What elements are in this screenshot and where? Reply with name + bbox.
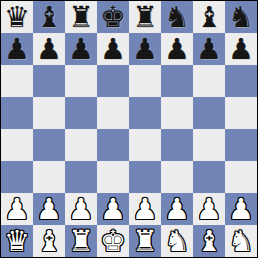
piece-white-queen: ♛ bbox=[4, 225, 30, 257]
square-d5[interactable] bbox=[97, 97, 129, 129]
square-g3[interactable] bbox=[193, 161, 225, 193]
square-g4[interactable] bbox=[193, 129, 225, 161]
square-a7[interactable]: ♟ bbox=[1, 33, 33, 65]
square-h6[interactable] bbox=[225, 65, 257, 97]
square-c6[interactable] bbox=[65, 65, 97, 97]
piece-black-knight: ♞ bbox=[164, 1, 190, 33]
square-c4[interactable] bbox=[65, 129, 97, 161]
piece-black-pawn: ♟ bbox=[36, 33, 62, 65]
square-f8[interactable]: ♞ bbox=[161, 1, 193, 33]
square-a8[interactable]: ♛ bbox=[1, 1, 33, 33]
piece-black-pawn: ♟ bbox=[164, 33, 190, 65]
square-d1[interactable]: ♚ bbox=[97, 225, 129, 257]
piece-black-pawn: ♟ bbox=[196, 33, 222, 65]
square-f7[interactable]: ♟ bbox=[161, 33, 193, 65]
square-h8[interactable]: ♞ bbox=[225, 1, 257, 33]
square-c1[interactable]: ♜ bbox=[65, 225, 97, 257]
square-b2[interactable]: ♟ bbox=[33, 193, 65, 225]
square-e2[interactable]: ♟ bbox=[129, 193, 161, 225]
square-a6[interactable] bbox=[1, 65, 33, 97]
piece-black-pawn: ♟ bbox=[100, 33, 126, 65]
square-d7[interactable]: ♟ bbox=[97, 33, 129, 65]
square-h3[interactable] bbox=[225, 161, 257, 193]
piece-white-bishop: ♝ bbox=[36, 225, 62, 257]
square-e8[interactable]: ♜ bbox=[129, 1, 161, 33]
piece-black-queen: ♛ bbox=[4, 1, 30, 33]
square-a2[interactable]: ♟ bbox=[1, 193, 33, 225]
square-b5[interactable] bbox=[33, 97, 65, 129]
piece-black-rook: ♜ bbox=[132, 1, 158, 33]
square-a3[interactable] bbox=[1, 161, 33, 193]
square-g5[interactable] bbox=[193, 97, 225, 129]
square-b7[interactable]: ♟ bbox=[33, 33, 65, 65]
square-f3[interactable] bbox=[161, 161, 193, 193]
square-e1[interactable]: ♜ bbox=[129, 225, 161, 257]
square-d4[interactable] bbox=[97, 129, 129, 161]
square-b1[interactable]: ♝ bbox=[33, 225, 65, 257]
square-e6[interactable] bbox=[129, 65, 161, 97]
piece-white-pawn: ♟ bbox=[196, 193, 222, 225]
square-g8[interactable]: ♝ bbox=[193, 1, 225, 33]
square-f2[interactable]: ♟ bbox=[161, 193, 193, 225]
square-h1[interactable]: ♞ bbox=[225, 225, 257, 257]
square-c7[interactable]: ♟ bbox=[65, 33, 97, 65]
square-b3[interactable] bbox=[33, 161, 65, 193]
piece-white-rook: ♜ bbox=[132, 225, 158, 257]
square-d2[interactable]: ♟ bbox=[97, 193, 129, 225]
piece-black-king: ♚ bbox=[100, 1, 126, 33]
piece-black-bishop: ♝ bbox=[36, 1, 62, 33]
square-e7[interactable]: ♟ bbox=[129, 33, 161, 65]
piece-white-pawn: ♟ bbox=[36, 193, 62, 225]
piece-black-bishop: ♝ bbox=[196, 1, 222, 33]
square-e4[interactable] bbox=[129, 129, 161, 161]
square-e3[interactable] bbox=[129, 161, 161, 193]
square-g6[interactable] bbox=[193, 65, 225, 97]
piece-white-pawn: ♟ bbox=[68, 193, 94, 225]
square-c2[interactable]: ♟ bbox=[65, 193, 97, 225]
square-d3[interactable] bbox=[97, 161, 129, 193]
square-b8[interactable]: ♝ bbox=[33, 1, 65, 33]
square-c8[interactable]: ♜ bbox=[65, 1, 97, 33]
piece-black-pawn: ♟ bbox=[68, 33, 94, 65]
piece-white-rook: ♜ bbox=[68, 225, 94, 257]
square-h5[interactable] bbox=[225, 97, 257, 129]
piece-white-pawn: ♟ bbox=[164, 193, 190, 225]
square-b4[interactable] bbox=[33, 129, 65, 161]
square-h7[interactable]: ♟ bbox=[225, 33, 257, 65]
piece-black-pawn: ♟ bbox=[4, 33, 30, 65]
square-b6[interactable] bbox=[33, 65, 65, 97]
piece-white-knight: ♞ bbox=[228, 225, 254, 257]
square-f4[interactable] bbox=[161, 129, 193, 161]
square-g7[interactable]: ♟ bbox=[193, 33, 225, 65]
square-d8[interactable]: ♚ bbox=[97, 1, 129, 33]
chess-board-container: ♛♝♜♚♜♞♝♞♟♟♟♟♟♟♟♟♟♟♟♟♟♟♟♟♛♝♜♚♜♞♝♞ bbox=[0, 0, 258, 258]
piece-white-pawn: ♟ bbox=[100, 193, 126, 225]
piece-white-pawn: ♟ bbox=[4, 193, 30, 225]
piece-white-bishop: ♝ bbox=[196, 225, 222, 257]
square-a5[interactable] bbox=[1, 97, 33, 129]
piece-white-pawn: ♟ bbox=[228, 193, 254, 225]
square-d6[interactable] bbox=[97, 65, 129, 97]
square-a1[interactable]: ♛ bbox=[1, 225, 33, 257]
square-g1[interactable]: ♝ bbox=[193, 225, 225, 257]
square-e5[interactable] bbox=[129, 97, 161, 129]
square-f6[interactable] bbox=[161, 65, 193, 97]
piece-black-rook: ♜ bbox=[68, 1, 94, 33]
piece-black-pawn: ♟ bbox=[228, 33, 254, 65]
piece-white-pawn: ♟ bbox=[132, 193, 158, 225]
square-c3[interactable] bbox=[65, 161, 97, 193]
piece-white-king: ♚ bbox=[100, 225, 126, 257]
square-c5[interactable] bbox=[65, 97, 97, 129]
chess-board: ♛♝♜♚♜♞♝♞♟♟♟♟♟♟♟♟♟♟♟♟♟♟♟♟♛♝♜♚♜♞♝♞ bbox=[0, 0, 258, 258]
piece-black-knight: ♞ bbox=[228, 1, 254, 33]
square-f1[interactable]: ♞ bbox=[161, 225, 193, 257]
piece-black-pawn: ♟ bbox=[132, 33, 158, 65]
piece-white-knight: ♞ bbox=[164, 225, 190, 257]
square-h4[interactable] bbox=[225, 129, 257, 161]
square-a4[interactable] bbox=[1, 129, 33, 161]
square-f5[interactable] bbox=[161, 97, 193, 129]
square-g2[interactable]: ♟ bbox=[193, 193, 225, 225]
square-h2[interactable]: ♟ bbox=[225, 193, 257, 225]
